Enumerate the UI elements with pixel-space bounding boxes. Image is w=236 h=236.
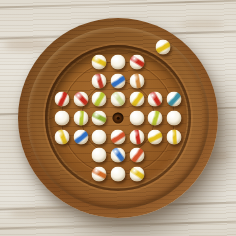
hole-r4c4[interactable] [113, 113, 124, 124]
marble-r2c4[interactable] [111, 73, 126, 88]
marble-r4c2[interactable] [73, 111, 88, 126]
marble-r5c7[interactable] [166, 129, 181, 144]
solitaire-board [18, 18, 218, 218]
marble-r3c5[interactable] [129, 92, 144, 107]
marble-r5c2[interactable] [73, 129, 88, 144]
marble-r1c5[interactable] [129, 55, 144, 70]
marble-r3c1[interactable] [55, 92, 70, 107]
marble-r3c6[interactable] [148, 92, 163, 107]
marble-r6c3[interactable] [92, 148, 107, 163]
marble-r4c5[interactable] [129, 111, 144, 126]
marble-r4c6[interactable] [148, 111, 163, 126]
marble-r7c5[interactable] [129, 166, 144, 181]
marble-r5c6[interactable] [148, 129, 163, 144]
marble-r4c7[interactable] [166, 111, 181, 126]
marble-r5c1[interactable] [55, 129, 70, 144]
marble-r5c5[interactable] [129, 129, 144, 144]
marble-r3c7[interactable] [166, 92, 181, 107]
wood-stain [4, 40, 50, 50]
marble-r7c4[interactable] [111, 166, 126, 181]
marble-r4c3[interactable] [92, 111, 107, 126]
marble-r6c4[interactable] [111, 148, 126, 163]
marble-r4c1[interactable] [55, 111, 70, 126]
marble-r2c3[interactable] [92, 73, 107, 88]
marble-r3c2[interactable] [73, 92, 88, 107]
marble-r2c5[interactable] [129, 73, 144, 88]
wood-stain [10, 208, 70, 218]
wood-stain [180, 20, 224, 29]
background-planks [0, 0, 236, 236]
marble-r3c3[interactable] [92, 92, 107, 107]
board-playing-area [49, 49, 187, 187]
marble-r7c3[interactable] [92, 166, 107, 181]
marble-r3c4[interactable] [111, 92, 126, 107]
marble-r5c3[interactable] [92, 129, 107, 144]
marble-r6c5[interactable] [129, 148, 144, 163]
removed-marble[interactable] [156, 40, 171, 55]
marble-r1c3[interactable] [92, 55, 107, 70]
marble-r1c4[interactable] [111, 55, 126, 70]
marble-r5c4[interactable] [111, 129, 126, 144]
